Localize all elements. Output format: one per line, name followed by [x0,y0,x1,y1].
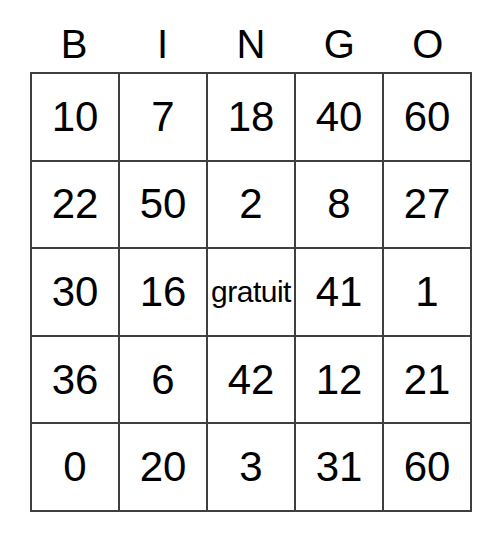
header-letter-o: O [384,16,472,72]
cell-r2c1[interactable]: 22 [31,161,119,249]
cell-r4c3[interactable]: 42 [207,336,295,424]
cell-r5c2[interactable]: 20 [119,423,207,511]
cell-r5c5[interactable]: 60 [383,423,471,511]
cell-r5c1[interactable]: 0 [31,423,119,511]
header-letter-n: N [207,16,295,72]
cell-r2c2[interactable]: 50 [119,161,207,249]
cell-r3c4[interactable]: 41 [295,248,383,336]
cell-r1c3[interactable]: 18 [207,73,295,161]
cell-r4c4[interactable]: 12 [295,336,383,424]
cell-r5c4[interactable]: 31 [295,423,383,511]
cell-r1c5[interactable]: 60 [383,73,471,161]
header-letter-g: G [295,16,383,72]
cell-r3c1[interactable]: 30 [31,248,119,336]
cell-r5c3[interactable]: 3 [207,423,295,511]
cell-r4c1[interactable]: 36 [31,336,119,424]
cell-r2c4[interactable]: 8 [295,161,383,249]
bingo-header-row: B I N G O [30,16,472,72]
cell-r1c1[interactable]: 10 [31,73,119,161]
free-cell[interactable]: gratuit [207,248,295,336]
cell-r2c3[interactable]: 2 [207,161,295,249]
cell-r1c2[interactable]: 7 [119,73,207,161]
cell-r2c5[interactable]: 27 [383,161,471,249]
cell-r1c4[interactable]: 40 [295,73,383,161]
cell-r4c5[interactable]: 21 [383,336,471,424]
cell-r4c2[interactable]: 6 [119,336,207,424]
cell-r3c2[interactable]: 16 [119,248,207,336]
header-letter-i: I [118,16,206,72]
header-letter-b: B [30,16,118,72]
bingo-card-grid: 10 7 18 40 60 22 50 2 8 27 30 16 gratuit… [30,72,472,512]
cell-r3c5[interactable]: 1 [383,248,471,336]
